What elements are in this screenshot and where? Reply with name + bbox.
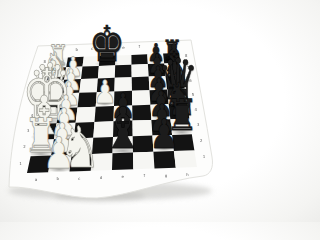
- black-king-d8[interactable]: ♚: [89, 21, 125, 70]
- black-bishop-e2[interactable]: ♝: [102, 100, 144, 157]
- square-f8[interactable]: [131, 54, 148, 64]
- white-knight-c1[interactable]: ♞: [59, 118, 101, 175]
- chess-set-photo: aa88bb77cc66dd55ee44ff33gg22hh11 ♜♚♟♜♞♟♟…: [0, 0, 222, 222]
- black-pawn-g2[interactable]: ♟: [149, 114, 179, 154]
